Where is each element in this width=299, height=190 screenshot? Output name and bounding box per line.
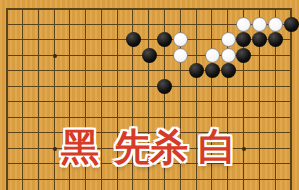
intersection[interactable]	[94, 63, 110, 79]
intersection[interactable]	[173, 79, 189, 95]
intersection[interactable]	[189, 110, 205, 126]
intersection[interactable]	[204, 94, 220, 110]
intersection[interactable]	[31, 187, 47, 190]
intersection[interactable]	[31, 141, 47, 157]
intersection[interactable]	[15, 94, 31, 110]
intersection[interactable]	[283, 79, 299, 95]
intersection[interactable]	[252, 141, 268, 157]
intersection[interactable]	[173, 141, 189, 157]
intersection[interactable]	[47, 110, 63, 126]
intersection[interactable]	[268, 110, 284, 126]
intersection[interactable]	[283, 17, 299, 33]
intersection[interactable]	[220, 63, 236, 79]
intersection[interactable]	[220, 48, 236, 64]
intersection[interactable]	[283, 187, 299, 190]
intersection[interactable]	[0, 94, 15, 110]
intersection[interactable]	[173, 17, 189, 33]
intersection[interactable]	[31, 94, 47, 110]
intersection[interactable]	[15, 141, 31, 157]
white-stone	[173, 32, 188, 47]
intersection[interactable]	[157, 187, 173, 190]
black-stone	[189, 63, 204, 78]
intersection[interactable]	[125, 172, 141, 188]
intersection[interactable]	[15, 32, 31, 48]
intersection[interactable]	[31, 79, 47, 95]
intersection[interactable]	[252, 17, 268, 33]
black-stone	[126, 32, 141, 47]
intersection[interactable]	[62, 141, 78, 157]
intersection[interactable]	[283, 141, 299, 157]
intersection[interactable]	[268, 32, 284, 48]
intersection[interactable]	[252, 63, 268, 79]
intersection[interactable]	[110, 125, 126, 141]
intersection[interactable]	[204, 32, 220, 48]
intersection[interactable]	[141, 48, 157, 64]
intersection[interactable]	[15, 63, 31, 79]
intersection[interactable]	[141, 187, 157, 190]
intersection[interactable]	[157, 141, 173, 157]
intersection[interactable]	[236, 141, 252, 157]
intersection[interactable]	[236, 32, 252, 48]
intersection[interactable]	[0, 125, 15, 141]
intersection[interactable]	[94, 48, 110, 64]
intersection[interactable]	[0, 110, 15, 126]
intersection[interactable]	[204, 48, 220, 64]
intersection[interactable]	[252, 94, 268, 110]
intersection[interactable]	[189, 94, 205, 110]
intersection[interactable]	[189, 187, 205, 190]
intersection[interactable]	[62, 156, 78, 172]
black-stone	[142, 48, 157, 63]
intersection[interactable]	[31, 63, 47, 79]
intersection[interactable]	[189, 63, 205, 79]
intersection[interactable]	[268, 17, 284, 33]
intersection[interactable]	[47, 125, 63, 141]
intersection[interactable]	[268, 156, 284, 172]
intersection[interactable]	[0, 172, 15, 188]
intersection[interactable]	[78, 156, 94, 172]
intersection[interactable]	[110, 17, 126, 33]
intersection[interactable]	[62, 1, 78, 17]
intersection[interactable]	[252, 156, 268, 172]
intersection[interactable]	[157, 125, 173, 141]
intersection[interactable]	[220, 172, 236, 188]
intersection[interactable]	[62, 125, 78, 141]
intersection[interactable]	[47, 1, 63, 17]
intersection[interactable]	[110, 141, 126, 157]
intersection[interactable]	[0, 63, 15, 79]
intersection[interactable]	[236, 125, 252, 141]
intersection[interactable]	[283, 1, 299, 17]
go-puzzle-screenshot: 黑 先 杀 白	[0, 0, 299, 190]
intersection[interactable]	[268, 187, 284, 190]
intersection[interactable]	[220, 1, 236, 17]
intersection[interactable]	[110, 156, 126, 172]
intersection[interactable]	[252, 172, 268, 188]
intersection[interactable]	[125, 48, 141, 64]
intersection[interactable]	[94, 141, 110, 157]
intersection[interactable]	[268, 141, 284, 157]
intersection[interactable]	[31, 125, 47, 141]
intersection[interactable]	[47, 17, 63, 33]
intersection[interactable]	[220, 17, 236, 33]
intersection[interactable]	[173, 156, 189, 172]
intersection[interactable]	[157, 110, 173, 126]
intersection[interactable]	[283, 110, 299, 126]
intersection[interactable]	[283, 32, 299, 48]
white-stone	[221, 32, 236, 47]
intersection[interactable]	[125, 187, 141, 190]
intersection[interactable]	[141, 79, 157, 95]
intersection[interactable]	[157, 17, 173, 33]
white-stone	[252, 17, 267, 32]
intersection[interactable]	[78, 1, 94, 17]
intersection[interactable]	[252, 187, 268, 190]
intersection[interactable]	[141, 63, 157, 79]
intersection[interactable]	[236, 94, 252, 110]
intersection[interactable]	[220, 156, 236, 172]
black-stone	[284, 17, 299, 32]
intersection[interactable]	[62, 17, 78, 33]
intersection[interactable]	[157, 32, 173, 48]
intersection[interactable]	[220, 141, 236, 157]
intersection[interactable]	[189, 172, 205, 188]
intersection[interactable]	[78, 79, 94, 95]
intersection[interactable]	[78, 125, 94, 141]
intersection[interactable]	[252, 48, 268, 64]
intersection[interactable]	[15, 172, 31, 188]
intersection[interactable]	[236, 48, 252, 64]
intersection[interactable]	[236, 187, 252, 190]
intersection[interactable]	[220, 32, 236, 48]
white-stone	[205, 48, 220, 63]
intersection[interactable]	[47, 141, 63, 157]
intersection[interactable]	[47, 172, 63, 188]
intersection[interactable]	[15, 1, 31, 17]
intersection[interactable]	[110, 63, 126, 79]
intersection[interactable]	[110, 110, 126, 126]
intersection[interactable]	[62, 172, 78, 188]
black-stone	[157, 79, 172, 94]
intersection[interactable]	[204, 156, 220, 172]
intersection[interactable]	[204, 172, 220, 188]
intersection[interactable]	[141, 156, 157, 172]
intersection[interactable]	[94, 79, 110, 95]
intersection[interactable]	[0, 17, 15, 33]
intersection[interactable]	[236, 17, 252, 33]
intersection[interactable]	[220, 187, 236, 190]
intersection[interactable]	[47, 187, 63, 190]
intersection[interactable]	[236, 172, 252, 188]
intersection[interactable]	[62, 110, 78, 126]
intersection[interactable]	[47, 63, 63, 79]
intersection[interactable]	[220, 125, 236, 141]
black-stone	[268, 32, 283, 47]
white-stone	[268, 17, 283, 32]
intersection[interactable]	[268, 94, 284, 110]
intersection[interactable]	[283, 172, 299, 188]
intersection[interactable]	[31, 172, 47, 188]
intersection[interactable]	[15, 187, 31, 190]
intersection[interactable]	[204, 63, 220, 79]
intersection[interactable]	[0, 141, 15, 157]
black-stone	[236, 48, 251, 63]
intersection[interactable]	[268, 125, 284, 141]
intersection[interactable]	[252, 79, 268, 95]
white-stone	[236, 17, 251, 32]
intersection[interactable]	[252, 1, 268, 17]
intersection[interactable]	[157, 1, 173, 17]
intersection[interactable]	[173, 172, 189, 188]
intersection[interactable]	[268, 63, 284, 79]
intersection[interactable]	[189, 141, 205, 157]
intersection[interactable]	[78, 172, 94, 188]
intersection[interactable]	[189, 17, 205, 33]
intersection[interactable]	[47, 48, 63, 64]
intersection[interactable]	[31, 48, 47, 64]
intersection[interactable]	[125, 156, 141, 172]
intersection[interactable]	[204, 141, 220, 157]
intersection[interactable]	[78, 141, 94, 157]
intersection[interactable]	[141, 125, 157, 141]
intersection[interactable]	[62, 63, 78, 79]
intersection[interactable]	[189, 125, 205, 141]
intersection[interactable]	[220, 110, 236, 126]
intersection[interactable]	[204, 17, 220, 33]
intersection[interactable]	[141, 110, 157, 126]
intersection[interactable]	[157, 48, 173, 64]
intersection[interactable]	[0, 32, 15, 48]
intersection[interactable]	[204, 187, 220, 190]
intersection[interactable]	[31, 17, 47, 33]
intersection[interactable]	[110, 94, 126, 110]
intersection[interactable]	[204, 125, 220, 141]
intersection[interactable]	[62, 32, 78, 48]
intersection[interactable]	[220, 94, 236, 110]
intersection[interactable]	[173, 125, 189, 141]
black-stone	[236, 32, 251, 47]
intersection[interactable]	[125, 79, 141, 95]
intersection[interactable]	[141, 1, 157, 17]
intersection[interactable]	[0, 79, 15, 95]
intersection[interactable]	[0, 1, 15, 17]
star-point	[53, 147, 57, 151]
intersection[interactable]	[125, 63, 141, 79]
go-board	[0, 1, 299, 190]
intersection[interactable]	[157, 172, 173, 188]
intersection[interactable]	[110, 32, 126, 48]
star-point	[147, 147, 151, 151]
intersection[interactable]	[0, 48, 15, 64]
intersection[interactable]	[189, 32, 205, 48]
intersection[interactable]	[15, 156, 31, 172]
intersection[interactable]	[125, 17, 141, 33]
intersection[interactable]	[15, 79, 31, 95]
intersection[interactable]	[78, 187, 94, 190]
intersection[interactable]	[204, 79, 220, 95]
intersection[interactable]	[94, 125, 110, 141]
intersection[interactable]	[268, 1, 284, 17]
intersection[interactable]	[173, 187, 189, 190]
star-point	[242, 147, 246, 151]
intersection[interactable]	[173, 110, 189, 126]
intersection[interactable]	[189, 1, 205, 17]
intersection[interactable]	[62, 187, 78, 190]
intersection[interactable]	[78, 110, 94, 126]
intersection[interactable]	[15, 17, 31, 33]
intersection[interactable]	[47, 94, 63, 110]
intersection[interactable]	[125, 110, 141, 126]
intersection[interactable]	[141, 141, 157, 157]
intersection[interactable]	[94, 1, 110, 17]
black-stone	[157, 32, 172, 47]
intersection[interactable]	[0, 187, 15, 190]
intersection[interactable]	[141, 32, 157, 48]
intersection[interactable]	[47, 156, 63, 172]
intersection[interactable]	[15, 125, 31, 141]
intersection[interactable]	[94, 17, 110, 33]
intersection[interactable]	[173, 63, 189, 79]
white-stone	[221, 48, 236, 63]
intersection[interactable]	[252, 125, 268, 141]
intersection[interactable]	[252, 110, 268, 126]
intersection[interactable]	[157, 94, 173, 110]
intersection[interactable]	[252, 32, 268, 48]
intersection[interactable]	[62, 94, 78, 110]
intersection[interactable]	[173, 32, 189, 48]
intersection[interactable]	[173, 48, 189, 64]
intersection[interactable]	[236, 63, 252, 79]
intersection[interactable]	[189, 156, 205, 172]
intersection[interactable]	[31, 156, 47, 172]
intersection[interactable]	[31, 110, 47, 126]
intersection[interactable]	[62, 48, 78, 64]
intersection[interactable]	[268, 79, 284, 95]
intersection[interactable]	[94, 94, 110, 110]
intersection[interactable]	[94, 187, 110, 190]
intersection[interactable]	[94, 110, 110, 126]
intersection[interactable]	[0, 156, 15, 172]
black-stone	[221, 63, 236, 78]
intersection[interactable]	[47, 32, 63, 48]
intersection[interactable]	[283, 156, 299, 172]
intersection[interactable]	[189, 79, 205, 95]
intersection[interactable]	[141, 94, 157, 110]
intersection[interactable]	[110, 48, 126, 64]
intersection[interactable]	[110, 172, 126, 188]
black-stone	[252, 32, 267, 47]
intersection[interactable]	[283, 125, 299, 141]
intersection[interactable]	[283, 94, 299, 110]
intersection[interactable]	[220, 79, 236, 95]
intersection[interactable]	[236, 110, 252, 126]
intersection[interactable]	[125, 125, 141, 141]
star-point	[53, 54, 57, 58]
intersection[interactable]	[283, 48, 299, 64]
intersection[interactable]	[236, 79, 252, 95]
intersection[interactable]	[15, 110, 31, 126]
intersection[interactable]	[157, 156, 173, 172]
intersection[interactable]	[78, 63, 94, 79]
intersection[interactable]	[236, 1, 252, 17]
intersection[interactable]	[94, 172, 110, 188]
intersection[interactable]	[157, 79, 173, 95]
intersection[interactable]	[94, 156, 110, 172]
intersection[interactable]	[110, 187, 126, 190]
intersection[interactable]	[204, 110, 220, 126]
intersection[interactable]	[110, 1, 126, 17]
intersection[interactable]	[173, 94, 189, 110]
intersection[interactable]	[78, 48, 94, 64]
intersection[interactable]	[125, 32, 141, 48]
intersection[interactable]	[62, 79, 78, 95]
intersection[interactable]	[236, 156, 252, 172]
intersection[interactable]	[157, 63, 173, 79]
intersection[interactable]	[141, 17, 157, 33]
intersection[interactable]	[189, 48, 205, 64]
black-stone	[205, 63, 220, 78]
intersection[interactable]	[125, 94, 141, 110]
intersection[interactable]	[125, 141, 141, 157]
intersection[interactable]	[78, 32, 94, 48]
intersection[interactable]	[125, 1, 141, 17]
intersection[interactable]	[110, 79, 126, 95]
white-stone	[173, 48, 188, 63]
intersection[interactable]	[31, 1, 47, 17]
intersection[interactable]	[268, 48, 284, 64]
intersection[interactable]	[78, 17, 94, 33]
intersection[interactable]	[283, 63, 299, 79]
intersection[interactable]	[78, 94, 94, 110]
intersection[interactable]	[141, 172, 157, 188]
intersection[interactable]	[94, 32, 110, 48]
intersection[interactable]	[31, 32, 47, 48]
intersection[interactable]	[173, 1, 189, 17]
intersection[interactable]	[47, 79, 63, 95]
intersection[interactable]	[15, 48, 31, 64]
intersection[interactable]	[268, 172, 284, 188]
intersection[interactable]	[204, 1, 220, 17]
